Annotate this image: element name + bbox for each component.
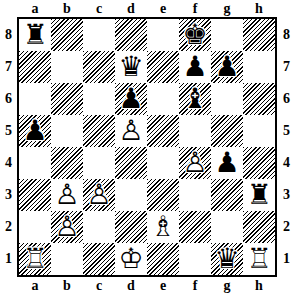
- piece-glyph: ♝: [179, 83, 211, 115]
- black-pawn-g7[interactable]: ♟♟: [211, 51, 243, 83]
- black-rook-h3[interactable]: ♜♜: [243, 179, 275, 211]
- square-h1[interactable]: ♜♖: [243, 243, 275, 275]
- square-c4[interactable]: [83, 147, 115, 179]
- square-f8[interactable]: ♚♚: [179, 19, 211, 51]
- black-queen-g1[interactable]: ♛♛: [211, 243, 243, 275]
- square-g4[interactable]: ♟♟: [211, 147, 243, 179]
- piece-glyph: ♟: [115, 83, 147, 115]
- rank-label-right-3: 3: [278, 179, 295, 211]
- rank-label-left-2: 2: [0, 211, 17, 243]
- file-label-bottom-g: g: [211, 277, 243, 294]
- rank-label-right-2: 2: [278, 211, 295, 243]
- piece-glyph: ♖: [19, 243, 51, 275]
- square-b6[interactable]: [51, 83, 83, 115]
- square-b7[interactable]: [51, 51, 83, 83]
- file-labels-bottom: abcdefgh: [19, 277, 275, 294]
- file-label-bottom-e: e: [147, 277, 179, 294]
- square-f2[interactable]: [179, 211, 211, 243]
- square-a7[interactable]: [19, 51, 51, 83]
- rank-label-right-5: 5: [278, 115, 295, 147]
- square-b2[interactable]: ♟♙: [51, 211, 83, 243]
- white-pawn-b2[interactable]: ♟♙: [51, 211, 83, 243]
- square-f6[interactable]: ♝♝: [179, 83, 211, 115]
- square-d6[interactable]: ♟♟: [115, 83, 147, 115]
- black-queen-d7[interactable]: ♛♛: [115, 51, 147, 83]
- square-d8[interactable]: [115, 19, 147, 51]
- file-label-top-b: b: [51, 0, 83, 17]
- file-label-bottom-a: a: [19, 277, 51, 294]
- square-g6[interactable]: [211, 83, 243, 115]
- piece-glyph: ♖: [243, 243, 275, 275]
- piece-glyph: ♟: [19, 115, 51, 147]
- piece-glyph: ♛: [115, 51, 147, 83]
- square-f5[interactable]: [179, 115, 211, 147]
- rank-label-right-1: 1: [278, 243, 295, 275]
- white-pawn-c3[interactable]: ♟♙: [83, 179, 115, 211]
- black-bishop-f6[interactable]: ♝♝: [179, 83, 211, 115]
- square-f7[interactable]: ♟♟: [179, 51, 211, 83]
- piece-glyph: ♛: [211, 243, 243, 275]
- piece-glyph: ♟: [179, 51, 211, 83]
- rank-label-right-8: 8: [278, 19, 295, 51]
- rank-label-left-3: 3: [0, 179, 17, 211]
- square-h8[interactable]: [243, 19, 275, 51]
- file-label-top-c: c: [83, 0, 115, 17]
- piece-glyph: ♜: [19, 19, 51, 51]
- piece-glyph: ♙: [51, 179, 83, 211]
- square-a1[interactable]: ♜♖: [19, 243, 51, 275]
- square-a6[interactable]: [19, 83, 51, 115]
- black-pawn-a5[interactable]: ♟♟: [19, 115, 51, 147]
- piece-glyph: ♙: [179, 147, 211, 179]
- file-label-bottom-c: c: [83, 277, 115, 294]
- file-label-top-h: h: [243, 0, 275, 17]
- piece-glyph: ♙: [51, 211, 83, 243]
- black-pawn-d6[interactable]: ♟♟: [115, 83, 147, 115]
- square-e3[interactable]: [147, 179, 179, 211]
- square-e5[interactable]: [147, 115, 179, 147]
- square-b8[interactable]: [51, 19, 83, 51]
- square-c5[interactable]: [83, 115, 115, 147]
- square-g2[interactable]: [211, 211, 243, 243]
- square-g3[interactable]: [211, 179, 243, 211]
- piece-glyph: ♙: [115, 115, 147, 147]
- file-label-top-e: e: [147, 0, 179, 17]
- square-g1[interactable]: ♛♛: [211, 243, 243, 275]
- rank-label-right-4: 4: [278, 147, 295, 179]
- square-f3[interactable]: [179, 179, 211, 211]
- square-e4[interactable]: [147, 147, 179, 179]
- file-label-bottom-f: f: [179, 277, 211, 294]
- rank-label-right-6: 6: [278, 83, 295, 115]
- square-c8[interactable]: [83, 19, 115, 51]
- square-a4[interactable]: [19, 147, 51, 179]
- square-g7[interactable]: ♟♟: [211, 51, 243, 83]
- white-bishop-e2[interactable]: ♝♗: [147, 211, 179, 243]
- square-c3[interactable]: ♟♙: [83, 179, 115, 211]
- piece-glyph: ♟: [211, 147, 243, 179]
- square-g5[interactable]: [211, 115, 243, 147]
- square-h2[interactable]: [243, 211, 275, 243]
- white-rook-a1[interactable]: ♜♖: [19, 243, 51, 275]
- piece-glyph: ♟: [211, 51, 243, 83]
- square-a8[interactable]: ♜♜: [19, 19, 51, 51]
- square-e2[interactable]: ♝♗: [147, 211, 179, 243]
- file-labels-top: abcdefgh: [19, 0, 275, 17]
- file-label-bottom-h: h: [243, 277, 275, 294]
- file-label-top-d: d: [115, 0, 147, 17]
- file-label-bottom-d: d: [115, 277, 147, 294]
- square-d3[interactable]: [115, 179, 147, 211]
- file-label-bottom-b: b: [51, 277, 83, 294]
- rank-label-left-4: 4: [0, 147, 17, 179]
- square-b4[interactable]: [51, 147, 83, 179]
- square-d5[interactable]: ♟♙: [115, 115, 147, 147]
- square-c1[interactable]: [83, 243, 115, 275]
- square-h4[interactable]: [243, 147, 275, 179]
- square-h3[interactable]: ♜♜: [243, 179, 275, 211]
- square-a5[interactable]: ♟♟: [19, 115, 51, 147]
- square-d1[interactable]: ♚♔: [115, 243, 147, 275]
- square-b5[interactable]: [51, 115, 83, 147]
- chess-diagram: abcdefgh 87654321 ♜♜♚♚♛♛♟♟♟♟♟♟♝♝♟♟♟♙♟♙♟♟…: [0, 0, 295, 295]
- file-label-top-f: f: [179, 0, 211, 17]
- white-king-d1[interactable]: ♚♔: [115, 243, 147, 275]
- rank-label-left-7: 7: [0, 51, 17, 83]
- square-d7[interactable]: ♛♛: [115, 51, 147, 83]
- square-f4[interactable]: ♟♙: [179, 147, 211, 179]
- square-a2[interactable]: [19, 211, 51, 243]
- rank-labels-right: 87654321: [278, 19, 295, 275]
- piece-glyph: ♔: [115, 243, 147, 275]
- square-c7[interactable]: [83, 51, 115, 83]
- piece-glyph: ♚: [179, 19, 211, 51]
- square-f1[interactable]: [179, 243, 211, 275]
- square-c6[interactable]: [83, 83, 115, 115]
- white-pawn-d5[interactable]: ♟♙: [115, 115, 147, 147]
- piece-glyph: ♗: [147, 211, 179, 243]
- rank-label-right-7: 7: [278, 51, 295, 83]
- square-e7[interactable]: [147, 51, 179, 83]
- black-pawn-f7[interactable]: ♟♟: [179, 51, 211, 83]
- rank-label-left-1: 1: [0, 243, 17, 275]
- square-e8[interactable]: [147, 19, 179, 51]
- square-a3[interactable]: [19, 179, 51, 211]
- black-king-f8[interactable]: ♚♚: [179, 19, 211, 51]
- square-c2[interactable]: [83, 211, 115, 243]
- square-e6[interactable]: [147, 83, 179, 115]
- rank-label-left-8: 8: [0, 19, 17, 51]
- rank-label-left-6: 6: [0, 83, 17, 115]
- square-b3[interactable]: ♟♙: [51, 179, 83, 211]
- file-label-top-a: a: [19, 0, 51, 17]
- square-h6[interactable]: [243, 83, 275, 115]
- square-h7[interactable]: [243, 51, 275, 83]
- square-d2[interactable]: [115, 211, 147, 243]
- rank-label-left-5: 5: [0, 115, 17, 147]
- square-g8[interactable]: [211, 19, 243, 51]
- white-pawn-f4[interactable]: ♟♙: [179, 147, 211, 179]
- square-h5[interactable]: [243, 115, 275, 147]
- file-label-top-g: g: [211, 0, 243, 17]
- piece-glyph: ♜: [243, 179, 275, 211]
- black-rook-a8[interactable]: ♜♜: [19, 19, 51, 51]
- square-b1[interactable]: [51, 243, 83, 275]
- square-e1[interactable]: [147, 243, 179, 275]
- white-pawn-b3[interactable]: ♟♙: [51, 179, 83, 211]
- piece-glyph: ♙: [83, 179, 115, 211]
- chess-board: ♜♜♚♚♛♛♟♟♟♟♟♟♝♝♟♟♟♙♟♙♟♟♟♙♟♙♜♜♟♙♝♗♜♖♚♔♛♛♜♖: [17, 17, 277, 277]
- rank-labels-left: 87654321: [0, 19, 17, 275]
- white-rook-h1[interactable]: ♜♖: [243, 243, 275, 275]
- black-pawn-g4[interactable]: ♟♟: [211, 147, 243, 179]
- square-d4[interactable]: [115, 147, 147, 179]
